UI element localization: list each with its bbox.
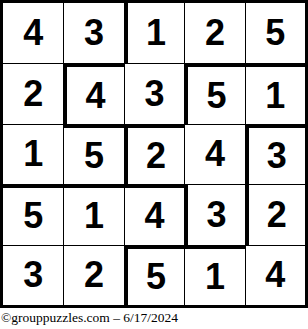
cell-r1c3: 1 xyxy=(124,3,184,63)
cell-r5c1: 3 xyxy=(3,245,63,305)
cell-r4c2: 1 xyxy=(63,184,123,244)
cell-r2c1: 2 xyxy=(3,63,63,123)
cell-r2c2: 4 xyxy=(63,63,123,123)
cell-r1c5: 5 xyxy=(245,3,305,63)
cell-r3c3: 2 xyxy=(124,124,184,184)
cell-r4c1: 5 xyxy=(3,184,63,244)
cell-r3c1: 1 xyxy=(3,124,63,184)
cell-r4c5: 2 xyxy=(245,184,305,244)
cell-r5c3: 5 xyxy=(124,245,184,305)
cell-r2c3: 3 xyxy=(124,63,184,123)
cell-r4c3: 4 xyxy=(124,184,184,244)
cell-r5c4: 1 xyxy=(184,245,244,305)
cell-r4c4: 3 xyxy=(184,184,244,244)
sudoku-board: 4312524351152435143232514 xyxy=(0,0,308,308)
cell-r3c2: 5 xyxy=(63,124,123,184)
cell-r2c4: 5 xyxy=(184,63,244,123)
cell-r2c5: 1 xyxy=(245,63,305,123)
cell-r5c2: 2 xyxy=(63,245,123,305)
copyright-caption: ©grouppuzzles.com – 6/17/2024 xyxy=(1,310,178,326)
cell-r1c4: 2 xyxy=(184,3,244,63)
cell-r3c4: 4 xyxy=(184,124,244,184)
cell-r3c5: 3 xyxy=(245,124,305,184)
puzzle-page: 4312524351152435143232514 ©grouppuzzles.… xyxy=(0,0,308,329)
cell-r5c5: 4 xyxy=(245,245,305,305)
cell-r1c2: 3 xyxy=(63,3,123,63)
cell-r1c1: 4 xyxy=(3,3,63,63)
